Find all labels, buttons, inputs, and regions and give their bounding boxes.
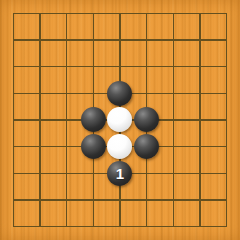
- board-intersection[interactable]: [133, 53, 160, 80]
- board-intersection[interactable]: [53, 53, 80, 80]
- board-intersection[interactable]: [80, 160, 107, 187]
- board-intersection[interactable]: [107, 0, 134, 27]
- board-intersection[interactable]: [133, 160, 160, 187]
- board-intersection[interactable]: [160, 27, 187, 54]
- board-intersection[interactable]: [213, 80, 240, 107]
- board-intersection: [107, 133, 134, 160]
- board-intersection[interactable]: [53, 213, 80, 240]
- board-intersection: [133, 133, 160, 160]
- board-intersection[interactable]: [27, 133, 54, 160]
- board-intersection[interactable]: [133, 0, 160, 27]
- board-intersection[interactable]: [27, 53, 54, 80]
- board-intersection: [133, 107, 160, 134]
- board-intersection[interactable]: [53, 0, 80, 27]
- black-stone: [81, 107, 106, 132]
- board-intersection[interactable]: [160, 133, 187, 160]
- board-intersection[interactable]: [107, 187, 134, 214]
- white-stone: [107, 134, 132, 159]
- board-intersection[interactable]: [213, 187, 240, 214]
- black-stone: [107, 81, 132, 106]
- board-intersection[interactable]: [160, 0, 187, 27]
- board-intersection[interactable]: [160, 187, 187, 214]
- board-intersection[interactable]: [187, 133, 214, 160]
- board-intersection[interactable]: [53, 80, 80, 107]
- board-intersection[interactable]: [160, 107, 187, 134]
- board-intersection[interactable]: [213, 160, 240, 187]
- board-intersection[interactable]: [0, 80, 27, 107]
- board-intersection[interactable]: [160, 160, 187, 187]
- board-intersection[interactable]: [53, 107, 80, 134]
- board-intersection[interactable]: [27, 80, 54, 107]
- board-intersection: 1: [107, 160, 134, 187]
- board-intersection[interactable]: [0, 187, 27, 214]
- board-intersection[interactable]: [80, 0, 107, 27]
- board-intersection[interactable]: [213, 27, 240, 54]
- board-intersection[interactable]: [0, 107, 27, 134]
- black-stone: [134, 134, 159, 159]
- board-intersection[interactable]: [133, 27, 160, 54]
- board-intersection[interactable]: [0, 133, 27, 160]
- white-stone: [107, 107, 132, 132]
- board-intersections: 1: [0, 0, 240, 240]
- go-board: 1: [0, 0, 240, 240]
- board-intersection[interactable]: [107, 213, 134, 240]
- board-intersection[interactable]: [187, 27, 214, 54]
- board-intersection[interactable]: [27, 187, 54, 214]
- board-intersection[interactable]: [107, 27, 134, 54]
- board-intersection[interactable]: [0, 213, 27, 240]
- board-intersection[interactable]: [27, 107, 54, 134]
- board-intersection[interactable]: [187, 107, 214, 134]
- board-intersection[interactable]: [187, 213, 214, 240]
- board-intersection[interactable]: [187, 187, 214, 214]
- board-intersection[interactable]: [53, 187, 80, 214]
- board-intersection[interactable]: [107, 53, 134, 80]
- board-intersection[interactable]: [133, 213, 160, 240]
- board-intersection[interactable]: [213, 107, 240, 134]
- board-intersection: [107, 107, 134, 134]
- board-intersection: [80, 133, 107, 160]
- board-intersection: [80, 107, 107, 134]
- board-intersection[interactable]: [27, 0, 54, 27]
- board-intersection[interactable]: [80, 27, 107, 54]
- board-intersection[interactable]: [0, 53, 27, 80]
- board-intersection[interactable]: [53, 133, 80, 160]
- board-intersection[interactable]: [27, 27, 54, 54]
- board-intersection[interactable]: [53, 27, 80, 54]
- board-intersection: [107, 80, 134, 107]
- board-intersection[interactable]: [160, 53, 187, 80]
- board-intersection[interactable]: [80, 213, 107, 240]
- board-intersection[interactable]: [213, 53, 240, 80]
- move-number-label: 1: [116, 166, 124, 181]
- board-intersection[interactable]: [160, 80, 187, 107]
- board-intersection[interactable]: [27, 160, 54, 187]
- board-intersection[interactable]: [0, 160, 27, 187]
- board-intersection[interactable]: [80, 53, 107, 80]
- move-1-black-stone: 1: [107, 161, 132, 186]
- black-stone: [81, 134, 106, 159]
- board-intersection[interactable]: [80, 80, 107, 107]
- board-intersection[interactable]: [187, 80, 214, 107]
- board-intersection[interactable]: [160, 213, 187, 240]
- black-stone: [134, 107, 159, 132]
- board-intersection[interactable]: [80, 187, 107, 214]
- board-intersection[interactable]: [0, 27, 27, 54]
- board-intersection[interactable]: [53, 160, 80, 187]
- board-intersection[interactable]: [213, 0, 240, 27]
- board-intersection[interactable]: [0, 0, 27, 27]
- board-intersection[interactable]: [187, 53, 214, 80]
- board-intersection[interactable]: [187, 0, 214, 27]
- board-intersection[interactable]: [27, 213, 54, 240]
- board-intersection[interactable]: [187, 160, 214, 187]
- board-intersection[interactable]: [213, 213, 240, 240]
- board-intersection[interactable]: [133, 80, 160, 107]
- board-intersection[interactable]: [133, 187, 160, 214]
- board-intersection[interactable]: [213, 133, 240, 160]
